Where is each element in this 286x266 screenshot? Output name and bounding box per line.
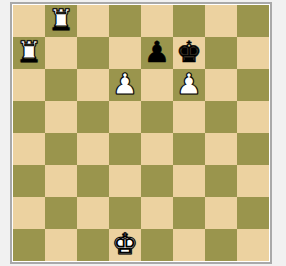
square-g4[interactable] — [205, 133, 237, 165]
square-d3[interactable] — [109, 165, 141, 197]
square-a3[interactable] — [13, 165, 45, 197]
square-g7[interactable] — [205, 37, 237, 69]
square-f3[interactable] — [173, 165, 205, 197]
square-e3[interactable] — [141, 165, 173, 197]
square-d4[interactable] — [109, 133, 141, 165]
square-c1[interactable] — [77, 229, 109, 261]
square-f5[interactable] — [173, 101, 205, 133]
square-e1[interactable] — [141, 229, 173, 261]
square-h5[interactable] — [237, 101, 269, 133]
white-pawn[interactable]: ♟ — [176, 68, 202, 100]
square-d6[interactable]: ♟ — [109, 69, 141, 101]
square-b7[interactable] — [45, 37, 77, 69]
white-rook[interactable]: ♜ — [16, 36, 42, 68]
square-d2[interactable] — [109, 197, 141, 229]
black-king[interactable]: ♚ — [176, 36, 202, 68]
square-g2[interactable] — [205, 197, 237, 229]
square-h8[interactable] — [237, 5, 269, 37]
square-b6[interactable] — [45, 69, 77, 101]
black-pawn[interactable]: ♟ — [144, 36, 170, 68]
square-d7[interactable] — [109, 37, 141, 69]
square-h2[interactable] — [237, 197, 269, 229]
square-b2[interactable] — [45, 197, 77, 229]
square-d1[interactable]: ♚ — [109, 229, 141, 261]
white-rook[interactable]: ♜ — [48, 4, 74, 36]
square-a5[interactable] — [13, 101, 45, 133]
square-b5[interactable] — [45, 101, 77, 133]
square-c7[interactable] — [77, 37, 109, 69]
square-e2[interactable] — [141, 197, 173, 229]
square-b4[interactable] — [45, 133, 77, 165]
square-c2[interactable] — [77, 197, 109, 229]
chess-board-frame: ♜♜♟♚♟♟♚ — [10, 2, 272, 264]
white-pawn[interactable]: ♟ — [112, 68, 138, 100]
square-a1[interactable] — [13, 229, 45, 261]
square-c3[interactable] — [77, 165, 109, 197]
square-d5[interactable] — [109, 101, 141, 133]
page-background: ♜♜♟♚♟♟♚ — [0, 0, 286, 266]
square-g1[interactable] — [205, 229, 237, 261]
square-a8[interactable] — [13, 5, 45, 37]
square-f2[interactable] — [173, 197, 205, 229]
square-f8[interactable] — [173, 5, 205, 37]
square-h3[interactable] — [237, 165, 269, 197]
square-e7[interactable]: ♟ — [141, 37, 173, 69]
square-e6[interactable] — [141, 69, 173, 101]
square-c4[interactable] — [77, 133, 109, 165]
square-g3[interactable] — [205, 165, 237, 197]
square-a4[interactable] — [13, 133, 45, 165]
square-f7[interactable]: ♚ — [173, 37, 205, 69]
square-c6[interactable] — [77, 69, 109, 101]
square-g8[interactable] — [205, 5, 237, 37]
square-e8[interactable] — [141, 5, 173, 37]
square-d8[interactable] — [109, 5, 141, 37]
square-f4[interactable] — [173, 133, 205, 165]
square-h1[interactable] — [237, 229, 269, 261]
square-e4[interactable] — [141, 133, 173, 165]
square-g5[interactable] — [205, 101, 237, 133]
square-g6[interactable] — [205, 69, 237, 101]
square-a2[interactable] — [13, 197, 45, 229]
square-b3[interactable] — [45, 165, 77, 197]
square-h6[interactable] — [237, 69, 269, 101]
square-c5[interactable] — [77, 101, 109, 133]
square-f1[interactable] — [173, 229, 205, 261]
square-b1[interactable] — [45, 229, 77, 261]
square-a6[interactable] — [13, 69, 45, 101]
chess-board: ♜♜♟♚♟♟♚ — [13, 5, 269, 261]
square-e5[interactable] — [141, 101, 173, 133]
white-king[interactable]: ♚ — [112, 228, 138, 260]
square-h4[interactable] — [237, 133, 269, 165]
square-c8[interactable] — [77, 5, 109, 37]
square-a7[interactable]: ♜ — [13, 37, 45, 69]
square-h7[interactable] — [237, 37, 269, 69]
square-b8[interactable]: ♜ — [45, 5, 77, 37]
square-f6[interactable]: ♟ — [173, 69, 205, 101]
